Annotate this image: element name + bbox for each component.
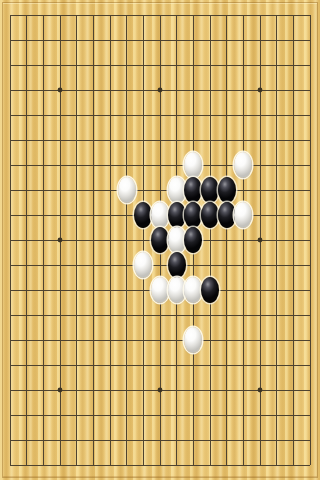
- star-point: [158, 88, 163, 93]
- star-point: [258, 88, 263, 93]
- star-point: [258, 388, 263, 393]
- game-screen: [0, 0, 320, 480]
- board-grid: [0, 0, 320, 480]
- star-point: [58, 238, 63, 243]
- star-point: [58, 388, 63, 393]
- star-point: [158, 388, 163, 393]
- star-point: [58, 88, 63, 93]
- go-board[interactable]: [0, 0, 320, 480]
- star-point: [258, 238, 263, 243]
- star-point: [158, 238, 163, 243]
